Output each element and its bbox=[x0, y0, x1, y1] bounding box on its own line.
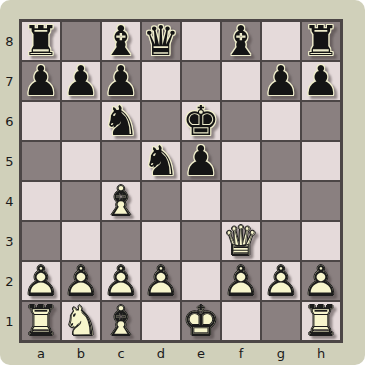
square-c2[interactable]: ♟♙ bbox=[101, 261, 141, 301]
square-e1[interactable]: ♚♔ bbox=[181, 301, 221, 341]
square-b5[interactable] bbox=[61, 141, 101, 181]
white-rook[interactable]: ♜♖ bbox=[301, 301, 341, 341]
square-c5[interactable] bbox=[101, 141, 141, 181]
white-pawn[interactable]: ♟♙ bbox=[301, 261, 341, 301]
chess-board: ♜♝♛♝♜♟♟♟♟♟♞♚♞♟♝♗♛♕♟♙♟♙♟♙♟♙♟♙♟♙♟♙♜♖♞♘♝♗♚♔… bbox=[19, 19, 343, 343]
file-label-d: d bbox=[141, 343, 181, 363]
white-piece-outline-glyph: ♙ bbox=[101, 261, 141, 301]
rank-label-4: 4 bbox=[0, 181, 19, 221]
square-f3[interactable]: ♛♕ bbox=[221, 221, 261, 261]
square-c6[interactable]: ♞ bbox=[101, 101, 141, 141]
square-f7[interactable] bbox=[221, 61, 261, 101]
square-b8[interactable] bbox=[61, 21, 101, 61]
square-h3[interactable] bbox=[301, 221, 341, 261]
black-knight[interactable]: ♞ bbox=[101, 101, 141, 141]
black-pawn[interactable]: ♟ bbox=[181, 141, 221, 181]
square-d4[interactable] bbox=[141, 181, 181, 221]
white-piece-outline-glyph: ♙ bbox=[301, 261, 341, 301]
white-piece-outline-glyph: ♕ bbox=[221, 221, 261, 261]
square-c3[interactable] bbox=[101, 221, 141, 261]
white-piece-outline-glyph: ♘ bbox=[61, 301, 101, 341]
square-d3[interactable] bbox=[141, 221, 181, 261]
square-g3[interactable] bbox=[261, 221, 301, 261]
square-a1[interactable]: ♜♖ bbox=[21, 301, 61, 341]
square-a7[interactable]: ♟ bbox=[21, 61, 61, 101]
white-pawn[interactable]: ♟♙ bbox=[141, 261, 181, 301]
rank-label-7: 7 bbox=[0, 61, 19, 101]
square-f5[interactable] bbox=[221, 141, 261, 181]
file-label-h: h bbox=[301, 343, 341, 363]
square-a5[interactable] bbox=[21, 141, 61, 181]
square-e2[interactable] bbox=[181, 261, 221, 301]
square-c4[interactable]: ♝♗ bbox=[101, 181, 141, 221]
square-e6[interactable]: ♚ bbox=[181, 101, 221, 141]
white-pawn[interactable]: ♟♙ bbox=[221, 261, 261, 301]
square-e8[interactable] bbox=[181, 21, 221, 61]
white-piece-outline-glyph: ♗ bbox=[101, 181, 141, 221]
square-a3[interactable] bbox=[21, 221, 61, 261]
black-rook[interactable]: ♜ bbox=[21, 21, 61, 61]
white-piece-outline-glyph: ♙ bbox=[221, 261, 261, 301]
black-rook[interactable]: ♜ bbox=[301, 21, 341, 61]
square-a4[interactable] bbox=[21, 181, 61, 221]
square-b2[interactable]: ♟♙ bbox=[61, 261, 101, 301]
square-f8[interactable]: ♝ bbox=[221, 21, 261, 61]
square-e5[interactable]: ♟ bbox=[181, 141, 221, 181]
white-piece-outline-glyph: ♙ bbox=[141, 261, 181, 301]
white-piece-outline-glyph: ♙ bbox=[61, 261, 101, 301]
square-d8[interactable]: ♛ bbox=[141, 21, 181, 61]
white-king[interactable]: ♚♔ bbox=[181, 301, 221, 341]
white-bishop[interactable]: ♝♗ bbox=[101, 181, 141, 221]
black-knight[interactable]: ♞ bbox=[141, 141, 181, 181]
white-pawn[interactable]: ♟♙ bbox=[61, 261, 101, 301]
file-label-g: g bbox=[261, 343, 301, 363]
white-piece-outline-glyph: ♙ bbox=[261, 261, 301, 301]
white-piece-outline-glyph: ♖ bbox=[21, 301, 61, 341]
white-queen[interactable]: ♛♕ bbox=[221, 221, 261, 261]
rank-labels: 8 7 6 5 4 3 2 1 bbox=[0, 21, 19, 341]
square-e3[interactable] bbox=[181, 221, 221, 261]
square-h1[interactable]: ♜♖ bbox=[301, 301, 341, 341]
square-g1[interactable] bbox=[261, 301, 301, 341]
rank-label-8: 8 bbox=[0, 21, 19, 61]
square-e7[interactable] bbox=[181, 61, 221, 101]
white-piece-outline-glyph: ♖ bbox=[301, 301, 341, 341]
square-b6[interactable] bbox=[61, 101, 101, 141]
square-h5[interactable] bbox=[301, 141, 341, 181]
square-h8[interactable]: ♜ bbox=[301, 21, 341, 61]
square-f2[interactable]: ♟♙ bbox=[221, 261, 261, 301]
white-pawn[interactable]: ♟♙ bbox=[261, 261, 301, 301]
square-h6[interactable] bbox=[301, 101, 341, 141]
rank-label-5: 5 bbox=[0, 141, 19, 181]
file-label-c: c bbox=[101, 343, 141, 363]
black-pawn[interactable]: ♟ bbox=[61, 61, 101, 101]
square-g8[interactable] bbox=[261, 21, 301, 61]
square-c1[interactable]: ♝♗ bbox=[101, 301, 141, 341]
file-labels: a b c d e f g h bbox=[21, 343, 341, 363]
black-pawn[interactable]: ♟ bbox=[101, 61, 141, 101]
square-b1[interactable]: ♞♘ bbox=[61, 301, 101, 341]
square-c8[interactable]: ♝ bbox=[101, 21, 141, 61]
square-g4[interactable] bbox=[261, 181, 301, 221]
white-piece-outline-glyph: ♗ bbox=[101, 301, 141, 341]
square-e4[interactable] bbox=[181, 181, 221, 221]
square-d2[interactable]: ♟♙ bbox=[141, 261, 181, 301]
black-bishop[interactable]: ♝ bbox=[101, 21, 141, 61]
black-bishop[interactable]: ♝ bbox=[221, 21, 261, 61]
white-piece-outline-glyph: ♙ bbox=[21, 261, 61, 301]
square-c7[interactable]: ♟ bbox=[101, 61, 141, 101]
white-knight[interactable]: ♞♘ bbox=[61, 301, 101, 341]
square-h4[interactable] bbox=[301, 181, 341, 221]
square-g6[interactable] bbox=[261, 101, 301, 141]
square-a6[interactable] bbox=[21, 101, 61, 141]
square-b7[interactable]: ♟ bbox=[61, 61, 101, 101]
chess-diagram: 8 7 6 5 4 3 2 1 ♜♝♛♝♜♟♟♟♟♟♞♚♞♟♝♗♛♕♟♙♟♙♟♙… bbox=[0, 0, 365, 365]
square-d7[interactable] bbox=[141, 61, 181, 101]
white-pawn[interactable]: ♟♙ bbox=[101, 261, 141, 301]
square-b3[interactable] bbox=[61, 221, 101, 261]
black-king[interactable]: ♚ bbox=[181, 101, 221, 141]
white-pawn[interactable]: ♟♙ bbox=[21, 261, 61, 301]
rank-label-1: 1 bbox=[0, 301, 19, 341]
black-pawn[interactable]: ♟ bbox=[301, 61, 341, 101]
square-d6[interactable] bbox=[141, 101, 181, 141]
white-bishop[interactable]: ♝♗ bbox=[101, 301, 141, 341]
file-label-a: a bbox=[21, 343, 61, 363]
square-b4[interactable] bbox=[61, 181, 101, 221]
square-g5[interactable] bbox=[261, 141, 301, 181]
black-pawn[interactable]: ♟ bbox=[261, 61, 301, 101]
square-a2[interactable]: ♟♙ bbox=[21, 261, 61, 301]
square-f1[interactable] bbox=[221, 301, 261, 341]
rank-label-3: 3 bbox=[0, 221, 19, 261]
square-g2[interactable]: ♟♙ bbox=[261, 261, 301, 301]
file-label-b: b bbox=[61, 343, 101, 363]
square-h7[interactable]: ♟ bbox=[301, 61, 341, 101]
square-d5[interactable]: ♞ bbox=[141, 141, 181, 181]
square-f6[interactable] bbox=[221, 101, 261, 141]
white-rook[interactable]: ♜♖ bbox=[21, 301, 61, 341]
file-label-e: e bbox=[181, 343, 221, 363]
rank-label-6: 6 bbox=[0, 101, 19, 141]
black-pawn[interactable]: ♟ bbox=[21, 61, 61, 101]
square-f4[interactable] bbox=[221, 181, 261, 221]
white-piece-outline-glyph: ♔ bbox=[181, 301, 221, 341]
square-a8[interactable]: ♜ bbox=[21, 21, 61, 61]
square-h2[interactable]: ♟♙ bbox=[301, 261, 341, 301]
black-queen[interactable]: ♛ bbox=[141, 21, 181, 61]
square-g7[interactable]: ♟ bbox=[261, 61, 301, 101]
file-label-f: f bbox=[221, 343, 261, 363]
square-d1[interactable] bbox=[141, 301, 181, 341]
rank-label-2: 2 bbox=[0, 261, 19, 301]
